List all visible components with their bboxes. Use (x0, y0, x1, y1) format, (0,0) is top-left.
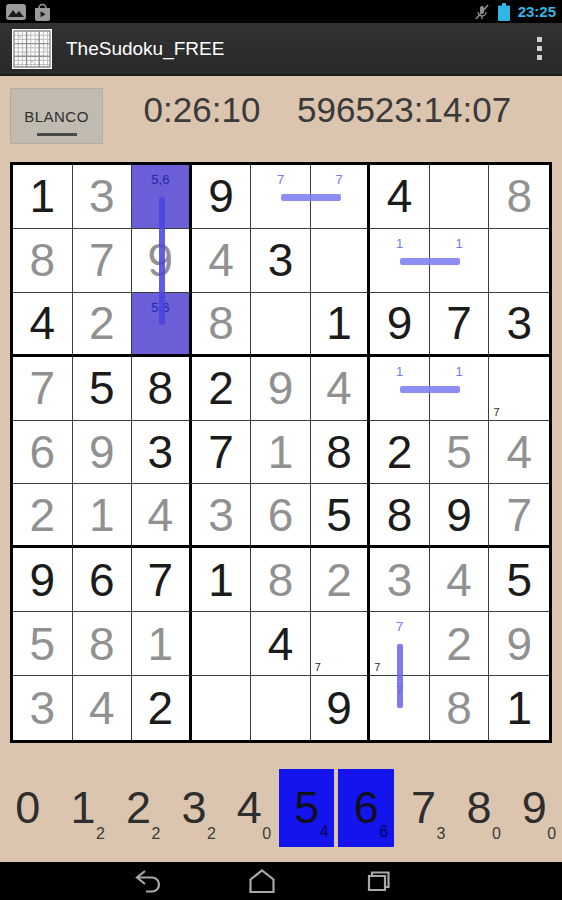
user-digit: 4 (89, 685, 115, 731)
cell-r3c8[interactable]: 7 (430, 293, 490, 357)
cell-r5c3[interactable]: 3 (132, 421, 192, 485)
cell-r6c9[interactable]: 7 (489, 484, 549, 548)
user-digit: 4 (506, 429, 532, 475)
cell-r4c1[interactable]: 7 (13, 357, 73, 421)
cell-r2c9[interactable] (489, 229, 549, 293)
user-digit: 9 (89, 429, 115, 475)
given-digit: 1 (506, 685, 532, 731)
cell-r6c2[interactable]: 1 (73, 484, 133, 548)
hint-label: 5,6 (132, 172, 189, 187)
cell-r5c2[interactable]: 9 (73, 421, 133, 485)
cell-r6c8[interactable]: 9 (430, 484, 490, 548)
given-digit: 1 (208, 557, 234, 603)
recents-icon[interactable] (359, 867, 393, 895)
score-counter: 596523:14:07 (297, 90, 507, 130)
mute-icon (474, 4, 490, 20)
numpad-digit: 2 (126, 782, 151, 834)
cell-r1c4[interactable]: 9 (192, 165, 252, 229)
given-digit: 3 (148, 429, 174, 475)
cell-r6c3[interactable]: 4 (132, 484, 192, 548)
given-digit: 7 (446, 300, 472, 346)
hint-label: 7 (370, 619, 429, 634)
numpad-2[interactable]: 22 (111, 767, 166, 849)
user-digit: 8 (446, 685, 472, 731)
given-digit: 4 (387, 173, 413, 219)
user-digit: 6 (29, 429, 55, 475)
user-digit: 4 (148, 492, 174, 538)
cell-r6c7[interactable]: 8 (370, 484, 430, 548)
app-bar: 37159 TheSudoku_FREE (0, 23, 562, 76)
user-digit: 6 (268, 492, 294, 538)
cell-r5c5[interactable]: 1 (251, 421, 311, 485)
given-digit: 8 (387, 492, 413, 538)
remaining-count: 2 (96, 825, 105, 843)
hint-line (400, 386, 460, 393)
user-digit: 4 (208, 237, 234, 283)
cell-r9c2[interactable]: 4 (73, 676, 133, 740)
user-digit: 4 (326, 365, 352, 411)
pencil-mark: 7 (374, 661, 380, 673)
given-digit: 2 (387, 429, 413, 475)
cell-r4c2[interactable]: 5 (73, 357, 133, 421)
user-digit: 3 (387, 557, 413, 603)
given-digit: 5 (89, 365, 115, 411)
user-digit: 2 (29, 492, 55, 538)
given-digit: 6 (89, 557, 115, 603)
cell-r7c1[interactable]: 9 (13, 548, 73, 612)
user-digit: 5 (29, 621, 55, 667)
cell-r9c9[interactable]: 1 (489, 676, 549, 740)
user-digit: 7 (89, 237, 115, 283)
remaining-count: 2 (207, 825, 216, 843)
cell-r4c3[interactable]: 8 (132, 357, 192, 421)
clock-text: 23:25 (518, 3, 556, 20)
cell-r3c4[interactable]: 8 (192, 293, 252, 357)
cell-r8c9[interactable]: 9 (489, 612, 549, 676)
hint-label: 1 (430, 364, 489, 379)
numpad-digit: 0 (15, 782, 40, 834)
cell-r7c5[interactable]: 8 (251, 548, 311, 612)
cell-r2c6[interactable] (311, 229, 371, 293)
hint-line (397, 644, 403, 708)
cell-r6c4[interactable]: 3 (192, 484, 252, 548)
cell-r7c4[interactable]: 1 (192, 548, 252, 612)
user-digit: 8 (29, 237, 55, 283)
remaining-count: 0 (547, 825, 556, 843)
overflow-menu-icon[interactable] (529, 29, 550, 68)
cell-r4c4[interactable]: 2 (192, 357, 252, 421)
numpad-8[interactable]: 80 (451, 767, 506, 849)
cell-r3c1[interactable]: 4 (13, 293, 73, 357)
cell-r3c7[interactable]: 9 (370, 293, 430, 357)
cell-r1c9[interactable]: 8 (489, 165, 549, 229)
numpad-digit: 9 (522, 782, 547, 834)
numpad-digit: 3 (181, 782, 206, 834)
cell-r9c1[interactable]: 3 (13, 676, 73, 740)
cell-r8c2[interactable]: 8 (73, 612, 133, 676)
given-digit: 4 (268, 621, 294, 667)
numpad-digit: 7 (411, 782, 436, 834)
cell-r1c2[interactable]: 3 (73, 165, 133, 229)
user-digit: 9 (268, 365, 294, 411)
user-digit: 2 (446, 621, 472, 667)
numpad-digit: 5 (294, 782, 319, 834)
user-digit: 8 (208, 300, 234, 346)
status-bar: 23:25 (0, 0, 562, 23)
gallery-icon (6, 4, 26, 20)
user-digit: 8 (268, 557, 294, 603)
given-digit: 7 (208, 429, 234, 475)
remaining-count: 2 (152, 825, 161, 843)
cell-r3c6[interactable]: 1 (311, 293, 371, 357)
cell-r5c1[interactable]: 6 (13, 421, 73, 485)
numpad-1[interactable]: 12 (55, 767, 110, 849)
cell-r8c5[interactable]: 4 (251, 612, 311, 676)
given-digit: 9 (446, 492, 472, 538)
numpad-0[interactable]: 0 (0, 767, 55, 849)
battery-icon (498, 3, 510, 21)
remaining-count: 0 (262, 825, 271, 843)
numpad-digit: 8 (466, 782, 491, 834)
user-digit: 3 (89, 173, 115, 219)
elapsed-timer: 0:26:10 (127, 90, 277, 130)
cell-r8c1[interactable]: 5 (13, 612, 73, 676)
hint-label: 1 (370, 236, 429, 251)
cell-r5c8[interactable]: 5 (430, 421, 490, 485)
cell-r7c8[interactable]: 4 (430, 548, 490, 612)
cell-r3c2[interactable]: 2 (73, 293, 133, 357)
user-digit: 2 (326, 557, 352, 603)
user-digit: 4 (446, 557, 472, 603)
cell-r5c4[interactable]: 7 (192, 421, 252, 485)
given-digit: 1 (326, 300, 352, 346)
pencil-mark: 7 (315, 661, 321, 673)
hint-label: 1 (430, 236, 489, 251)
numpad-7[interactable]: 73 (396, 767, 451, 849)
given-digit: 9 (326, 685, 352, 731)
cell-r7c3[interactable]: 7 (132, 548, 192, 612)
hint-line (281, 194, 341, 201)
hint-label: 7 (251, 172, 310, 187)
given-digit: 7 (148, 557, 174, 603)
numpad-5[interactable]: 54 (279, 769, 334, 847)
given-digit: 1 (29, 173, 55, 219)
cell-r5c9[interactable]: 4 (489, 421, 549, 485)
given-digit: 5 (506, 557, 532, 603)
cell-r2c2[interactable]: 7 (73, 229, 133, 293)
user-digit: 1 (148, 621, 174, 667)
cell-r4c9[interactable]: 7 (489, 357, 549, 421)
numpad-digit: 1 (71, 782, 96, 834)
cell-r9c4[interactable] (192, 676, 252, 740)
numpad-digit: 4 (237, 782, 262, 834)
numpad-4[interactable]: 40 (222, 767, 277, 849)
user-digit: 1 (89, 492, 115, 538)
back-icon[interactable] (131, 867, 165, 895)
cell-r7c2[interactable]: 6 (73, 548, 133, 612)
hint-line (400, 258, 460, 265)
cell-r9c5[interactable] (251, 676, 311, 740)
cell-r8c4[interactable] (192, 612, 252, 676)
home-icon[interactable] (245, 867, 279, 895)
user-digit: 2 (89, 300, 115, 346)
numpad-6[interactable]: 66 (338, 769, 393, 847)
cell-r2c5[interactable]: 3 (251, 229, 311, 293)
cell-r6c6[interactable]: 5 (311, 484, 371, 548)
numpad-9[interactable]: 90 (507, 767, 562, 849)
hint-label: 7 (311, 172, 368, 187)
game-header: BLANCO 0:26:10 596523:14:07 (0, 76, 562, 160)
user-digit: 5 (446, 429, 472, 475)
given-digit: 9 (387, 300, 413, 346)
cell-r3c5[interactable] (251, 293, 311, 357)
given-digit: 4 (29, 300, 55, 346)
cell-r4c5[interactable]: 9 (251, 357, 311, 421)
remaining-count: 4 (320, 823, 329, 841)
cell-r6c1[interactable]: 2 (13, 484, 73, 548)
cell-r7c7[interactable]: 3 (370, 548, 430, 612)
given-digit: 5 (326, 492, 352, 538)
user-digit: 9 (506, 621, 532, 667)
sudoku-app-icon: 37159 (12, 29, 52, 69)
cell-r7c6[interactable]: 2 (311, 548, 371, 612)
given-digit: 2 (208, 365, 234, 411)
given-digit: 2 (148, 685, 174, 731)
given-digit: 3 (506, 300, 532, 346)
cell-r8c8[interactable]: 2 (430, 612, 490, 676)
cell-r6c5[interactable]: 6 (251, 484, 311, 548)
navigation-bar (0, 862, 562, 900)
screen: 23:25 37159 TheSudoku_FREE BLANC (0, 0, 562, 900)
cell-r4c6[interactable]: 4 (311, 357, 371, 421)
user-digit: 3 (29, 685, 55, 731)
given-digit: 8 (326, 429, 352, 475)
given-digit: 9 (208, 173, 234, 219)
cell-r5c6[interactable]: 8 (311, 421, 371, 485)
hint-label: 1 (370, 364, 429, 379)
cell-r3c9[interactable]: 3 (489, 293, 549, 357)
numpad-3[interactable]: 32 (166, 767, 221, 849)
cell-r7c9[interactable]: 5 (489, 548, 549, 612)
given-digit: 9 (29, 557, 55, 603)
given-digit: 3 (268, 237, 294, 283)
cell-r8c3[interactable]: 1 (132, 612, 192, 676)
user-digit: 1 (268, 429, 294, 475)
cell-r9c8[interactable]: 8 (430, 676, 490, 740)
play-store-icon (34, 3, 51, 21)
user-digit: 8 (506, 173, 532, 219)
remaining-count: 3 (437, 825, 446, 843)
given-digit: 8 (148, 365, 174, 411)
app-title: TheSudoku_FREE (66, 38, 224, 60)
remaining-count: 6 (379, 823, 388, 841)
user-digit: 7 (506, 492, 532, 538)
cell-r8c6[interactable]: 7 (311, 612, 371, 676)
difficulty-selector[interactable]: BLANCO (10, 88, 103, 144)
user-digit: 7 (29, 365, 55, 411)
cell-r1c1[interactable]: 1 (13, 165, 73, 229)
hint-line (159, 197, 165, 325)
cell-r9c6[interactable]: 9 (311, 676, 371, 740)
pencil-mark: 7 (493, 406, 499, 418)
sudoku-board: 135,6977488794311425,6819737582941176937… (10, 162, 552, 743)
cell-r1c7[interactable]: 4 (370, 165, 430, 229)
cell-r5c7[interactable]: 2 (370, 421, 430, 485)
cell-r1c8[interactable] (430, 165, 490, 229)
cell-r2c1[interactable]: 8 (13, 229, 73, 293)
number-pad: 0122232405466738090 (0, 767, 562, 849)
user-digit: 8 (89, 621, 115, 667)
remaining-count: 0 (492, 825, 501, 843)
user-digit: 3 (208, 492, 234, 538)
cell-r9c3[interactable]: 2 (132, 676, 192, 740)
cell-r2c4[interactable]: 4 (192, 229, 252, 293)
numpad-digit: 6 (354, 782, 379, 834)
